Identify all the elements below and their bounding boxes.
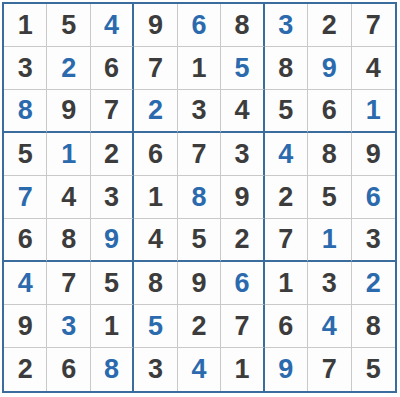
cell-r7c9[interactable]: 2: [352, 262, 395, 305]
cell-r6c9[interactable]: 3: [352, 219, 395, 262]
cell-r1c3[interactable]: 4: [91, 4, 134, 47]
cell-r9c6[interactable]: 1: [221, 348, 264, 391]
sudoku-page: 1549683273267158948972345615126734897431…: [0, 0, 400, 397]
cell-r4c1[interactable]: 5: [4, 133, 47, 176]
cell-r3c3[interactable]: 7: [91, 90, 134, 133]
cell-r9c7[interactable]: 9: [265, 348, 308, 391]
cell-r1c7[interactable]: 3: [265, 4, 308, 47]
cell-r8c8[interactable]: 4: [308, 305, 351, 348]
cell-r3c1[interactable]: 8: [4, 90, 47, 133]
cell-r6c7[interactable]: 7: [265, 219, 308, 262]
cell-r1c1[interactable]: 1: [4, 4, 47, 47]
cell-r2c1[interactable]: 3: [4, 47, 47, 90]
cell-r7c8[interactable]: 3: [308, 262, 351, 305]
cell-r6c2[interactable]: 8: [47, 219, 90, 262]
cell-r3c6[interactable]: 4: [221, 90, 264, 133]
cell-r1c5[interactable]: 6: [178, 4, 221, 47]
cell-r4c6[interactable]: 3: [221, 133, 264, 176]
cell-r2c9[interactable]: 4: [352, 47, 395, 90]
cell-r1c4[interactable]: 9: [134, 4, 177, 47]
cell-r4c3[interactable]: 2: [91, 133, 134, 176]
cell-r5c9[interactable]: 6: [352, 176, 395, 219]
cell-r4c9[interactable]: 9: [352, 133, 395, 176]
cell-r4c4[interactable]: 6: [134, 133, 177, 176]
cell-r4c8[interactable]: 8: [308, 133, 351, 176]
cell-r3c9[interactable]: 1: [352, 90, 395, 133]
cell-r4c5[interactable]: 7: [178, 133, 221, 176]
cell-r4c7[interactable]: 4: [265, 133, 308, 176]
cell-r9c1[interactable]: 2: [4, 348, 47, 391]
cell-r7c5[interactable]: 9: [178, 262, 221, 305]
cell-r2c3[interactable]: 6: [91, 47, 134, 90]
cell-r1c8[interactable]: 2: [308, 4, 351, 47]
cell-r7c7[interactable]: 1: [265, 262, 308, 305]
cell-r2c5[interactable]: 1: [178, 47, 221, 90]
cell-r8c4[interactable]: 5: [134, 305, 177, 348]
cell-r3c8[interactable]: 6: [308, 90, 351, 133]
cell-r5c4[interactable]: 1: [134, 176, 177, 219]
cell-r7c4[interactable]: 8: [134, 262, 177, 305]
cell-r9c9[interactable]: 5: [352, 348, 395, 391]
cell-r8c2[interactable]: 3: [47, 305, 90, 348]
cell-r9c4[interactable]: 3: [134, 348, 177, 391]
cell-r5c7[interactable]: 2: [265, 176, 308, 219]
sudoku-board: 1549683273267158948972345615126734897431…: [2, 2, 397, 393]
cell-r3c4[interactable]: 2: [134, 90, 177, 133]
cell-r5c1[interactable]: 7: [4, 176, 47, 219]
cell-r2c6[interactable]: 5: [221, 47, 264, 90]
cell-r5c6[interactable]: 9: [221, 176, 264, 219]
cell-r8c7[interactable]: 6: [265, 305, 308, 348]
cell-r7c3[interactable]: 5: [91, 262, 134, 305]
cell-r2c7[interactable]: 8: [265, 47, 308, 90]
cell-r7c1[interactable]: 4: [4, 262, 47, 305]
cell-r3c2[interactable]: 9: [47, 90, 90, 133]
cell-r2c4[interactable]: 7: [134, 47, 177, 90]
cell-r8c5[interactable]: 2: [178, 305, 221, 348]
cell-r8c9[interactable]: 8: [352, 305, 395, 348]
cell-r8c1[interactable]: 9: [4, 305, 47, 348]
cell-r6c4[interactable]: 4: [134, 219, 177, 262]
cell-r7c6[interactable]: 6: [221, 262, 264, 305]
cell-r1c2[interactable]: 5: [47, 4, 90, 47]
cell-r6c8[interactable]: 1: [308, 219, 351, 262]
cell-r5c3[interactable]: 3: [91, 176, 134, 219]
cell-r1c6[interactable]: 8: [221, 4, 264, 47]
cell-r9c8[interactable]: 7: [308, 348, 351, 391]
cell-r3c5[interactable]: 3: [178, 90, 221, 133]
cell-r1c9[interactable]: 7: [352, 4, 395, 47]
cell-r9c2[interactable]: 6: [47, 348, 90, 391]
cell-r7c2[interactable]: 7: [47, 262, 90, 305]
cell-r5c2[interactable]: 4: [47, 176, 90, 219]
cell-r6c5[interactable]: 5: [178, 219, 221, 262]
cell-r5c8[interactable]: 5: [308, 176, 351, 219]
cell-r9c5[interactable]: 4: [178, 348, 221, 391]
cell-r3c7[interactable]: 5: [265, 90, 308, 133]
cell-r4c2[interactable]: 1: [47, 133, 90, 176]
cell-r2c8[interactable]: 9: [308, 47, 351, 90]
cell-r8c6[interactable]: 7: [221, 305, 264, 348]
cell-r2c2[interactable]: 2: [47, 47, 90, 90]
cell-r8c3[interactable]: 1: [91, 305, 134, 348]
cell-r6c6[interactable]: 2: [221, 219, 264, 262]
cell-r9c3[interactable]: 8: [91, 348, 134, 391]
cell-r6c1[interactable]: 6: [4, 219, 47, 262]
cell-r5c5[interactable]: 8: [178, 176, 221, 219]
cell-r6c3[interactable]: 9: [91, 219, 134, 262]
